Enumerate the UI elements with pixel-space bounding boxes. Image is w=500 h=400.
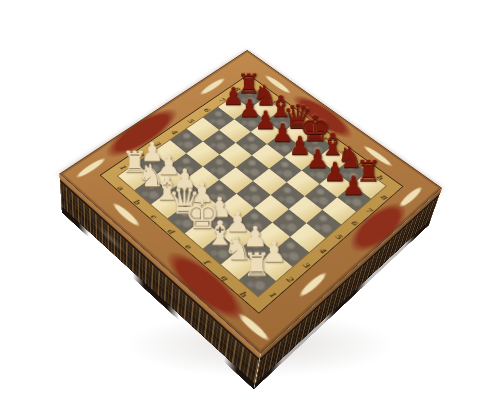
piece-white-rook-h1[interactable]: ♜ xyxy=(237,249,276,281)
product-photo-scene: aabbccddeeffgghh8877665544332211 ♜♞♝♛♚♝♞… xyxy=(0,0,500,400)
piece-red-pawn-h7[interactable]: ♟ xyxy=(336,172,372,198)
